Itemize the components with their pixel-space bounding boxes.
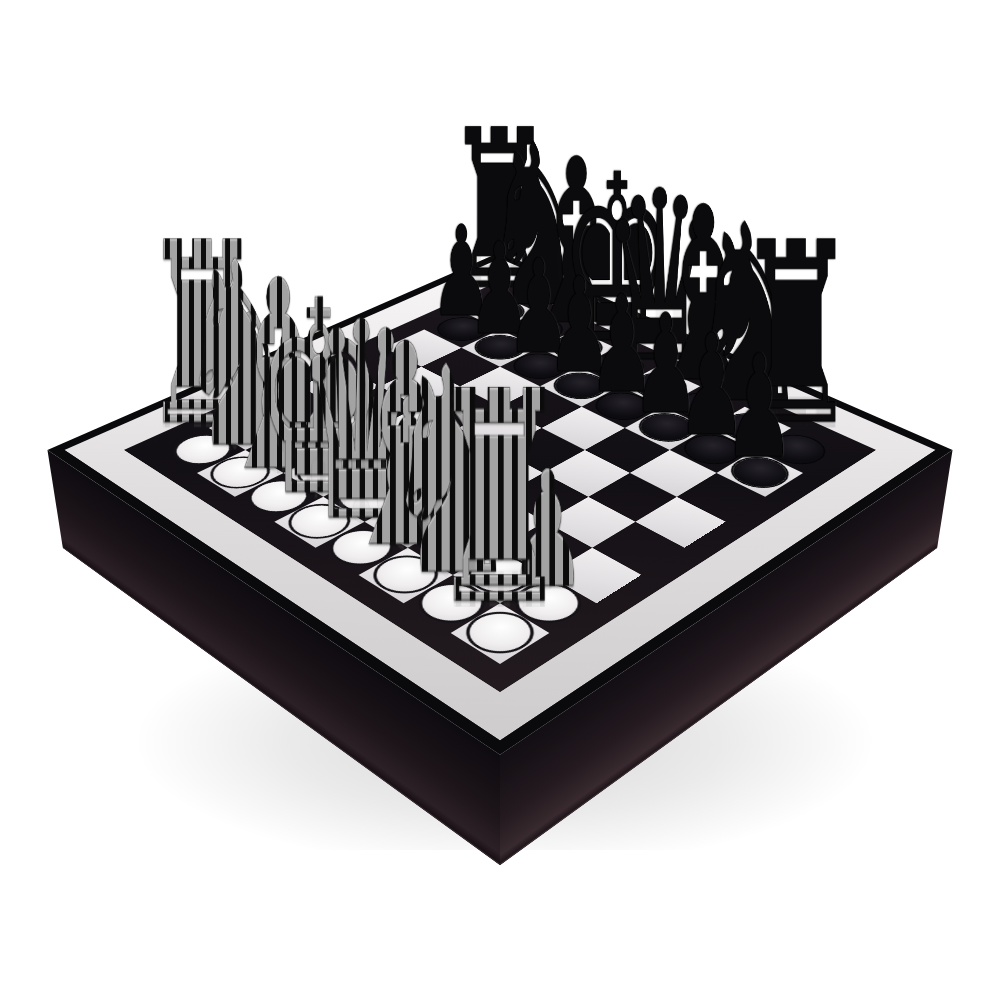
product-photo-scene: ♜♜♞♞♝♝♚♚♛♛♝♝♞♞♜♜♟♟♟♟♟♟♟♟♟♟♟♟♟♟♟♟♟♟♟♟♟♟♟♟… bbox=[0, 0, 1000, 1000]
white-rook: ♜ bbox=[427, 354, 570, 645]
black-pawn: ♟ bbox=[724, 336, 794, 479]
